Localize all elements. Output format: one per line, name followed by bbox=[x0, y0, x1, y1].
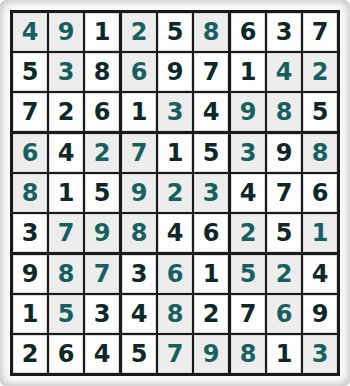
box-2-2: 715923846 bbox=[122, 134, 228, 252]
cell-r7c3[interactable]: 7 bbox=[85, 255, 119, 293]
cell-r5c2[interactable]: 1 bbox=[49, 174, 83, 212]
accent-digit: 3 bbox=[240, 141, 257, 165]
cell-r6c4[interactable]: 8 bbox=[122, 214, 156, 252]
regular-digit: 5 bbox=[131, 342, 148, 366]
cell-r3c8[interactable]: 8 bbox=[267, 93, 301, 131]
cell-r4c8[interactable]: 9 bbox=[267, 134, 301, 172]
box-2-3: 398476251 bbox=[231, 134, 337, 252]
cell-r5c4[interactable]: 9 bbox=[122, 174, 156, 212]
cell-r9c5[interactable]: 7 bbox=[158, 335, 192, 373]
regular-digit: 9 bbox=[276, 141, 293, 165]
cell-r1c2[interactable]: 9 bbox=[49, 13, 83, 51]
cell-r4c7[interactable]: 3 bbox=[231, 134, 265, 172]
regular-digit: 9 bbox=[312, 302, 329, 326]
cell-r2c1[interactable]: 5 bbox=[13, 53, 47, 91]
regular-digit: 2 bbox=[203, 302, 220, 326]
cell-r8c7[interactable]: 7 bbox=[231, 295, 265, 333]
box-1-3: 637142985 bbox=[231, 13, 337, 131]
regular-digit: 6 bbox=[203, 221, 220, 245]
accent-digit: 3 bbox=[312, 342, 329, 366]
cell-r9c9[interactable]: 3 bbox=[303, 335, 337, 373]
regular-digit: 7 bbox=[22, 100, 39, 124]
cell-r1c5[interactable]: 5 bbox=[158, 13, 192, 51]
cell-r8c8[interactable]: 6 bbox=[267, 295, 301, 333]
accent-digit: 2 bbox=[276, 262, 293, 286]
cell-r2c9[interactable]: 2 bbox=[303, 53, 337, 91]
regular-digit: 1 bbox=[276, 342, 293, 366]
accent-digit: 8 bbox=[276, 100, 293, 124]
cell-r8c3[interactable]: 3 bbox=[85, 295, 119, 333]
cell-r1c8[interactable]: 3 bbox=[267, 13, 301, 51]
screenshot-frame: 4915387262586971346371429856428153797159… bbox=[0, 0, 350, 386]
cell-r1c3[interactable]: 1 bbox=[85, 13, 119, 51]
accent-digit: 3 bbox=[58, 60, 75, 84]
cell-r4c1[interactable]: 6 bbox=[13, 134, 47, 172]
accent-digit: 6 bbox=[167, 262, 184, 286]
accent-digit: 2 bbox=[131, 20, 148, 44]
box-3-3: 524769813 bbox=[231, 255, 337, 373]
regular-digit: 3 bbox=[22, 221, 39, 245]
cell-r3c9[interactable]: 5 bbox=[303, 93, 337, 131]
cell-r4c2[interactable]: 4 bbox=[49, 134, 83, 172]
accent-digit: 7 bbox=[131, 141, 148, 165]
accent-digit: 3 bbox=[203, 181, 220, 205]
cell-r9c2[interactable]: 6 bbox=[49, 335, 83, 373]
cell-r6c7[interactable]: 2 bbox=[231, 214, 265, 252]
regular-digit: 4 bbox=[203, 100, 220, 124]
cell-r5c5[interactable]: 2 bbox=[158, 174, 192, 212]
accent-digit: 9 bbox=[240, 100, 257, 124]
accent-digit: 2 bbox=[94, 141, 111, 165]
cell-r3c7[interactable]: 9 bbox=[231, 93, 265, 131]
regular-digit: 4 bbox=[131, 302, 148, 326]
cell-r6c2[interactable]: 7 bbox=[49, 214, 83, 252]
cell-r7c7[interactable]: 5 bbox=[231, 255, 265, 293]
cell-r4c9[interactable]: 8 bbox=[303, 134, 337, 172]
cell-r4c5[interactable]: 1 bbox=[158, 134, 192, 172]
regular-digit: 6 bbox=[312, 181, 329, 205]
accent-digit: 7 bbox=[58, 221, 75, 245]
regular-digit: 7 bbox=[276, 181, 293, 205]
cell-r1c6[interactable]: 8 bbox=[194, 13, 228, 51]
accent-digit: 8 bbox=[167, 302, 184, 326]
cell-r5c9[interactable]: 6 bbox=[303, 174, 337, 212]
cell-r8c2[interactable]: 5 bbox=[49, 295, 83, 333]
accent-digit: 6 bbox=[22, 141, 39, 165]
accent-digit: 8 bbox=[203, 20, 220, 44]
cell-r9c4[interactable]: 5 bbox=[122, 335, 156, 373]
cell-r9c7[interactable]: 8 bbox=[231, 335, 265, 373]
cell-r6c9[interactable]: 1 bbox=[303, 214, 337, 252]
regular-digit: 5 bbox=[276, 221, 293, 245]
regular-digit: 6 bbox=[240, 20, 257, 44]
regular-digit: 9 bbox=[167, 60, 184, 84]
cell-r1c1[interactable]: 4 bbox=[13, 13, 47, 51]
cell-r8c6[interactable]: 2 bbox=[194, 295, 228, 333]
accent-digit: 3 bbox=[167, 100, 184, 124]
cell-r4c3[interactable]: 2 bbox=[85, 134, 119, 172]
regular-digit: 4 bbox=[312, 262, 329, 286]
regular-digit: 4 bbox=[240, 181, 257, 205]
cell-r5c6[interactable]: 3 bbox=[194, 174, 228, 212]
cell-r7c6[interactable]: 1 bbox=[194, 255, 228, 293]
accent-digit: 5 bbox=[240, 262, 257, 286]
accent-digit: 8 bbox=[58, 262, 75, 286]
regular-digit: 3 bbox=[276, 20, 293, 44]
accent-digit: 1 bbox=[312, 221, 329, 245]
accent-digit: 2 bbox=[312, 60, 329, 84]
cell-r7c8[interactable]: 2 bbox=[267, 255, 301, 293]
accent-digit: 7 bbox=[94, 262, 111, 286]
regular-digit: 1 bbox=[240, 60, 257, 84]
cell-r7c5[interactable]: 6 bbox=[158, 255, 192, 293]
regular-digit: 5 bbox=[22, 60, 39, 84]
regular-digit: 1 bbox=[94, 20, 111, 44]
regular-digit: 7 bbox=[203, 60, 220, 84]
cell-r7c4[interactable]: 3 bbox=[122, 255, 156, 293]
regular-digit: 7 bbox=[312, 20, 329, 44]
cell-r2c3[interactable]: 8 bbox=[85, 53, 119, 91]
accent-digit: 6 bbox=[276, 302, 293, 326]
regular-digit: 8 bbox=[94, 60, 111, 84]
accent-digit: 7 bbox=[167, 342, 184, 366]
regular-digit: 5 bbox=[203, 141, 220, 165]
regular-digit: 5 bbox=[167, 20, 184, 44]
sudoku-board: 4915387262586971346371429856428153797159… bbox=[10, 10, 340, 376]
accent-digit: 9 bbox=[131, 181, 148, 205]
cell-r6c8[interactable]: 5 bbox=[267, 214, 301, 252]
accent-digit: 8 bbox=[22, 181, 39, 205]
accent-digit: 4 bbox=[22, 20, 39, 44]
cell-r1c9[interactable]: 7 bbox=[303, 13, 337, 51]
cell-r8c4[interactable]: 4 bbox=[122, 295, 156, 333]
cell-r8c9[interactable]: 9 bbox=[303, 295, 337, 333]
cell-r7c1[interactable]: 9 bbox=[13, 255, 47, 293]
regular-digit: 4 bbox=[58, 141, 75, 165]
accent-digit: 6 bbox=[131, 60, 148, 84]
regular-digit: 5 bbox=[94, 181, 111, 205]
cell-r4c6[interactable]: 5 bbox=[194, 134, 228, 172]
accent-digit: 9 bbox=[94, 221, 111, 245]
regular-digit: 1 bbox=[167, 141, 184, 165]
cell-r1c4[interactable]: 2 bbox=[122, 13, 156, 51]
cell-r9c8[interactable]: 1 bbox=[267, 335, 301, 373]
cell-r8c1[interactable]: 1 bbox=[13, 295, 47, 333]
cell-r1c7[interactable]: 6 bbox=[231, 13, 265, 51]
cell-r3c4[interactable]: 1 bbox=[122, 93, 156, 131]
box-2-1: 642815379 bbox=[13, 134, 119, 252]
cell-r6c1[interactable]: 3 bbox=[13, 214, 47, 252]
regular-digit: 7 bbox=[240, 302, 257, 326]
accent-digit: 8 bbox=[312, 141, 329, 165]
cell-r4c4[interactable]: 7 bbox=[122, 134, 156, 172]
regular-digit: 1 bbox=[22, 302, 39, 326]
regular-digit: 1 bbox=[58, 181, 75, 205]
cell-r2c4[interactable]: 6 bbox=[122, 53, 156, 91]
cell-r3c2[interactable]: 2 bbox=[49, 93, 83, 131]
regular-digit: 6 bbox=[94, 100, 111, 124]
cell-r9c1[interactable]: 2 bbox=[13, 335, 47, 373]
cell-r3c5[interactable]: 3 bbox=[158, 93, 192, 131]
cell-r7c9[interactable]: 4 bbox=[303, 255, 337, 293]
cell-r9c3[interactable]: 4 bbox=[85, 335, 119, 373]
accent-digit: 8 bbox=[131, 221, 148, 245]
box-3-2: 361482579 bbox=[122, 255, 228, 373]
cell-r2c8[interactable]: 4 bbox=[267, 53, 301, 91]
cell-r8c5[interactable]: 8 bbox=[158, 295, 192, 333]
box-1-2: 258697134 bbox=[122, 13, 228, 131]
accent-digit: 9 bbox=[203, 342, 220, 366]
cell-r6c6[interactable]: 6 bbox=[194, 214, 228, 252]
cell-r3c3[interactable]: 6 bbox=[85, 93, 119, 131]
cell-r2c7[interactable]: 1 bbox=[231, 53, 265, 91]
regular-digit: 3 bbox=[94, 302, 111, 326]
accent-digit: 5 bbox=[58, 302, 75, 326]
cell-r5c8[interactable]: 7 bbox=[267, 174, 301, 212]
regular-digit: 9 bbox=[22, 262, 39, 286]
cell-r2c2[interactable]: 3 bbox=[49, 53, 83, 91]
cell-r6c3[interactable]: 9 bbox=[85, 214, 119, 252]
cell-r5c3[interactable]: 5 bbox=[85, 174, 119, 212]
regular-digit: 5 bbox=[312, 100, 329, 124]
cell-r5c1[interactable]: 8 bbox=[13, 174, 47, 212]
accent-digit: 2 bbox=[240, 221, 257, 245]
accent-digit: 4 bbox=[276, 60, 293, 84]
regular-digit: 4 bbox=[94, 342, 111, 366]
cell-r2c6[interactable]: 7 bbox=[194, 53, 228, 91]
cell-r6c5[interactable]: 4 bbox=[158, 214, 192, 252]
regular-digit: 4 bbox=[167, 221, 184, 245]
regular-digit: 6 bbox=[58, 342, 75, 366]
accent-digit: 9 bbox=[58, 20, 75, 44]
cell-r5c7[interactable]: 4 bbox=[231, 174, 265, 212]
accent-digit: 8 bbox=[240, 342, 257, 366]
cell-r9c6[interactable]: 9 bbox=[194, 335, 228, 373]
box-3-1: 987153264 bbox=[13, 255, 119, 373]
regular-digit: 2 bbox=[22, 342, 39, 366]
regular-digit: 3 bbox=[131, 262, 148, 286]
regular-digit: 1 bbox=[203, 262, 220, 286]
regular-digit: 2 bbox=[58, 100, 75, 124]
box-1-1: 491538726 bbox=[13, 13, 119, 131]
cell-r3c6[interactable]: 4 bbox=[194, 93, 228, 131]
cell-r7c2[interactable]: 8 bbox=[49, 255, 83, 293]
cell-r2c5[interactable]: 9 bbox=[158, 53, 192, 91]
accent-digit: 2 bbox=[167, 181, 184, 205]
regular-digit: 1 bbox=[131, 100, 148, 124]
cell-r3c1[interactable]: 7 bbox=[13, 93, 47, 131]
